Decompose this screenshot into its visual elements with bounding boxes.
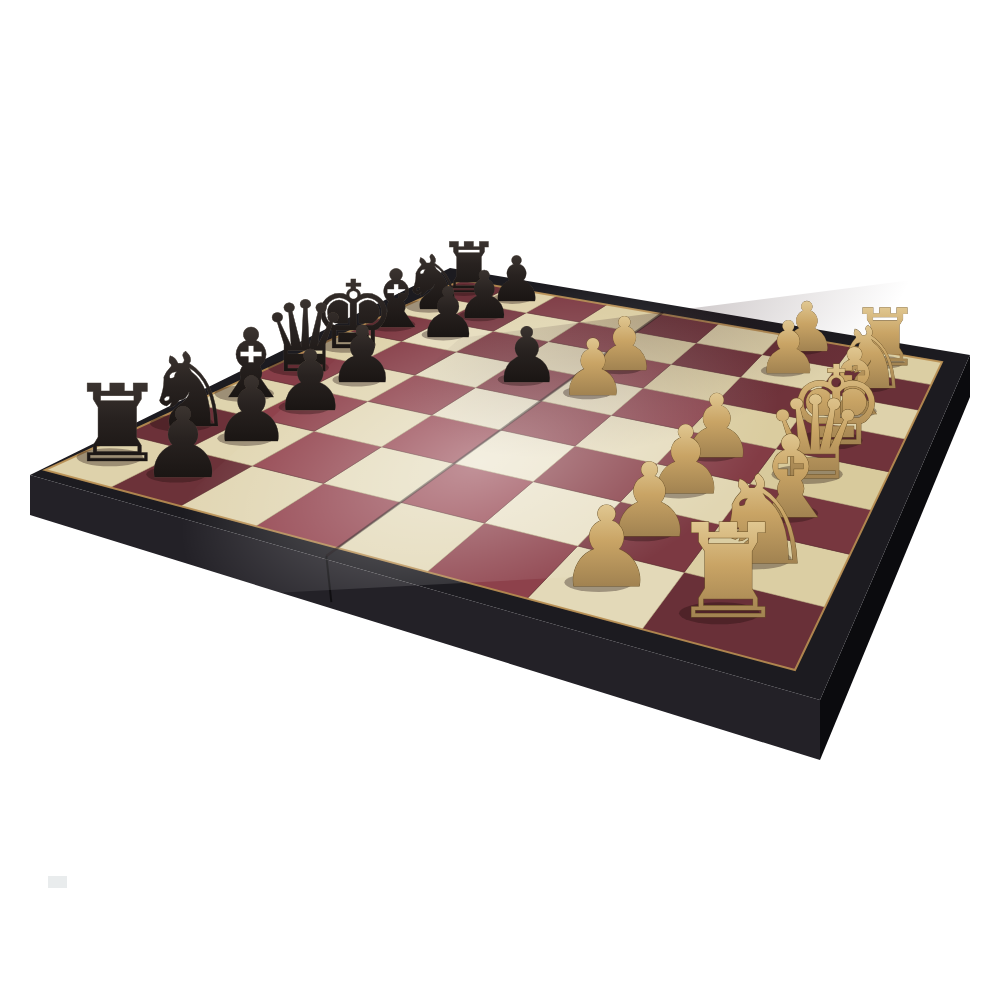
svg-text:♟: ♟ bbox=[417, 272, 479, 353]
svg-text:♟: ♟ bbox=[492, 311, 561, 400]
svg-text:♜: ♜ bbox=[670, 496, 787, 648]
svg-text:♟: ♟ bbox=[140, 387, 227, 500]
product-image: ♜♟♞♟♝♟♚♟♜♟♛♟♟♟♞♟♝♟♝♞♟♚♟♜♟♛♟♝♟♞♟♜ bbox=[0, 0, 1000, 1000]
piece-black-pawn-f7: ♟ bbox=[417, 272, 479, 353]
piece-black-pawn-a7: ♟ bbox=[140, 387, 227, 500]
piece-white-rook-a1: ♜ bbox=[670, 496, 787, 648]
stray-artifact bbox=[48, 876, 67, 888]
piece-black-pawn-e5: ♟ bbox=[492, 311, 561, 400]
svg-text:♟: ♟ bbox=[558, 322, 628, 413]
piece-white-pawn-e4: ♟ bbox=[558, 322, 628, 413]
piece-white-pawn-a2: ♟ bbox=[557, 483, 657, 612]
svg-text:♟: ♟ bbox=[557, 483, 657, 612]
chess-set-render: ♜♟♞♟♝♟♚♟♜♟♛♟♟♟♞♟♝♟♝♞♟♚♟♜♟♛♟♝♟♞♟♜ bbox=[0, 0, 1000, 1000]
